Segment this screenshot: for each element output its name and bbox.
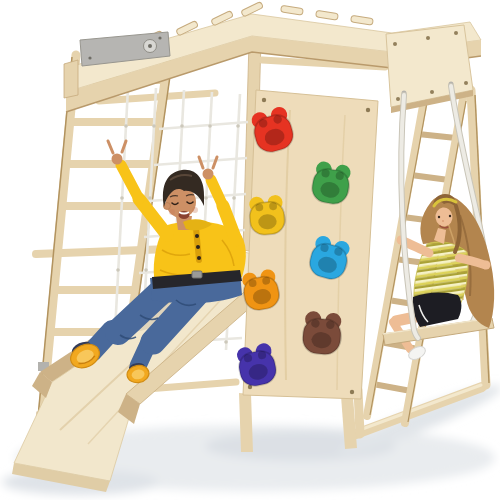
deck-end-post	[64, 60, 78, 98]
boy-belt-buckle	[192, 271, 202, 278]
rock-wall	[235, 90, 378, 452]
girl-hand-right	[482, 261, 491, 270]
wall-screw	[366, 108, 370, 112]
wall-screw	[262, 98, 266, 102]
wall-leg-left	[239, 393, 253, 452]
boy-arm-right-fore	[211, 180, 223, 206]
wall-screw	[350, 390, 354, 394]
product-image[interactable]	[0, 0, 500, 500]
